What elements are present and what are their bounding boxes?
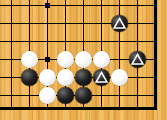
black-stone[interactable] — [93, 69, 110, 86]
triangle-marker — [129, 51, 146, 68]
white-stone[interactable] — [111, 69, 128, 86]
white-stone[interactable] — [75, 51, 92, 68]
black-stone[interactable] — [21, 69, 38, 86]
white-stone[interactable] — [93, 51, 110, 68]
triangle-marker — [111, 15, 128, 32]
triangle-marker — [93, 69, 110, 86]
grid-line-horizontal — [0, 5, 157, 6]
white-stone[interactable] — [39, 69, 56, 86]
white-stone[interactable] — [57, 69, 74, 86]
black-stone[interactable] — [75, 69, 92, 86]
white-stone[interactable] — [21, 51, 38, 68]
star-point — [45, 57, 50, 62]
grid-line-horizontal — [0, 23, 157, 24]
grid-line-vertical — [11, 0, 12, 110]
star-point — [45, 3, 50, 8]
black-stone[interactable] — [75, 87, 92, 104]
black-stone[interactable] — [111, 15, 128, 32]
board-edge-bottom — [0, 107, 157, 110]
go-board[interactable] — [0, 0, 167, 120]
white-stone[interactable] — [39, 87, 56, 104]
black-stone[interactable] — [57, 87, 74, 104]
board-edge-right — [154, 0, 157, 110]
white-stone[interactable] — [57, 51, 74, 68]
grid-line-horizontal — [0, 41, 157, 42]
black-stone[interactable] — [129, 51, 146, 68]
